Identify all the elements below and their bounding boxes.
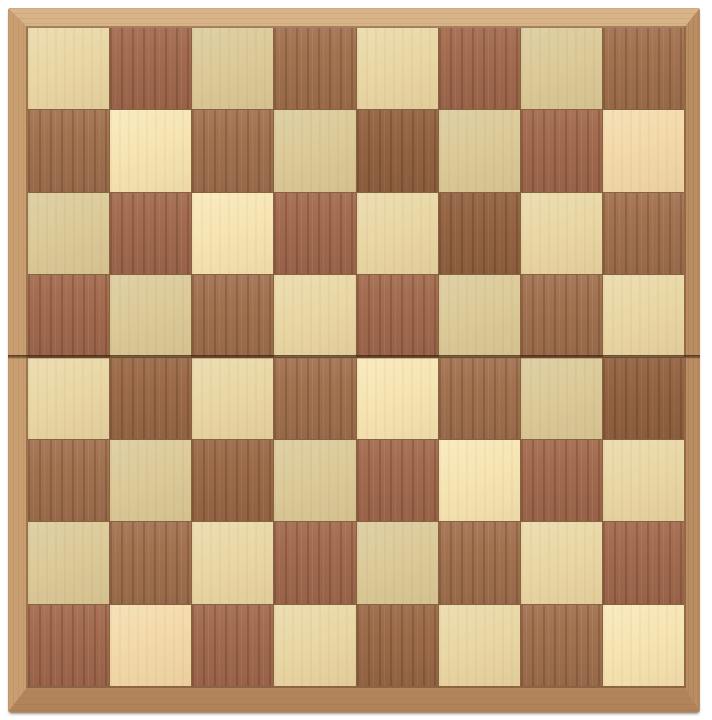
square-f2[interactable] — [439, 522, 520, 603]
square-a1[interactable] — [28, 605, 109, 686]
square-g4[interactable] — [521, 358, 602, 439]
square-c4[interactable] — [192, 358, 273, 439]
square-a2[interactable] — [28, 522, 109, 603]
square-g2[interactable] — [521, 522, 602, 603]
square-f3[interactable] — [439, 440, 520, 521]
square-a7[interactable] — [28, 110, 109, 191]
square-g1[interactable] — [521, 605, 602, 686]
square-e7[interactable] — [357, 110, 438, 191]
square-h2[interactable] — [603, 522, 684, 603]
square-e6[interactable] — [357, 193, 438, 274]
fold-hinge-seam — [8, 355, 700, 359]
square-d5[interactable] — [274, 275, 355, 356]
square-h8[interactable] — [603, 28, 684, 109]
square-h6[interactable] — [603, 193, 684, 274]
square-h1[interactable] — [603, 605, 684, 686]
square-e1[interactable] — [357, 605, 438, 686]
square-f5[interactable] — [439, 275, 520, 356]
square-d6[interactable] — [274, 193, 355, 274]
square-f1[interactable] — [439, 605, 520, 686]
square-c3[interactable] — [192, 440, 273, 521]
square-d2[interactable] — [274, 522, 355, 603]
square-b2[interactable] — [110, 522, 191, 603]
square-a3[interactable] — [28, 440, 109, 521]
square-e4[interactable] — [357, 358, 438, 439]
square-a4[interactable] — [28, 358, 109, 439]
square-a6[interactable] — [28, 193, 109, 274]
square-b1[interactable] — [110, 605, 191, 686]
square-b7[interactable] — [110, 110, 191, 191]
square-d4[interactable] — [274, 358, 355, 439]
square-e5[interactable] — [357, 275, 438, 356]
square-b3[interactable] — [110, 440, 191, 521]
square-c7[interactable] — [192, 110, 273, 191]
square-f6[interactable] — [439, 193, 520, 274]
square-f8[interactable] — [439, 28, 520, 109]
square-g3[interactable] — [521, 440, 602, 521]
square-c8[interactable] — [192, 28, 273, 109]
square-g7[interactable] — [521, 110, 602, 191]
square-e2[interactable] — [357, 522, 438, 603]
square-c5[interactable] — [192, 275, 273, 356]
square-a8[interactable] — [28, 28, 109, 109]
square-g6[interactable] — [521, 193, 602, 274]
square-c2[interactable] — [192, 522, 273, 603]
square-h4[interactable] — [603, 358, 684, 439]
chessboard — [8, 8, 700, 712]
square-h3[interactable] — [603, 440, 684, 521]
square-e3[interactable] — [357, 440, 438, 521]
square-d1[interactable] — [274, 605, 355, 686]
square-d3[interactable] — [274, 440, 355, 521]
square-f4[interactable] — [439, 358, 520, 439]
square-e8[interactable] — [357, 28, 438, 109]
square-b8[interactable] — [110, 28, 191, 109]
square-g5[interactable] — [521, 275, 602, 356]
square-c1[interactable] — [192, 605, 273, 686]
square-h5[interactable] — [603, 275, 684, 356]
photo-scene — [0, 0, 712, 720]
square-b6[interactable] — [110, 193, 191, 274]
square-b5[interactable] — [110, 275, 191, 356]
square-d8[interactable] — [274, 28, 355, 109]
square-b4[interactable] — [110, 358, 191, 439]
square-h7[interactable] — [603, 110, 684, 191]
square-g8[interactable] — [521, 28, 602, 109]
square-a5[interactable] — [28, 275, 109, 356]
square-d7[interactable] — [274, 110, 355, 191]
square-c6[interactable] — [192, 193, 273, 274]
square-f7[interactable] — [439, 110, 520, 191]
